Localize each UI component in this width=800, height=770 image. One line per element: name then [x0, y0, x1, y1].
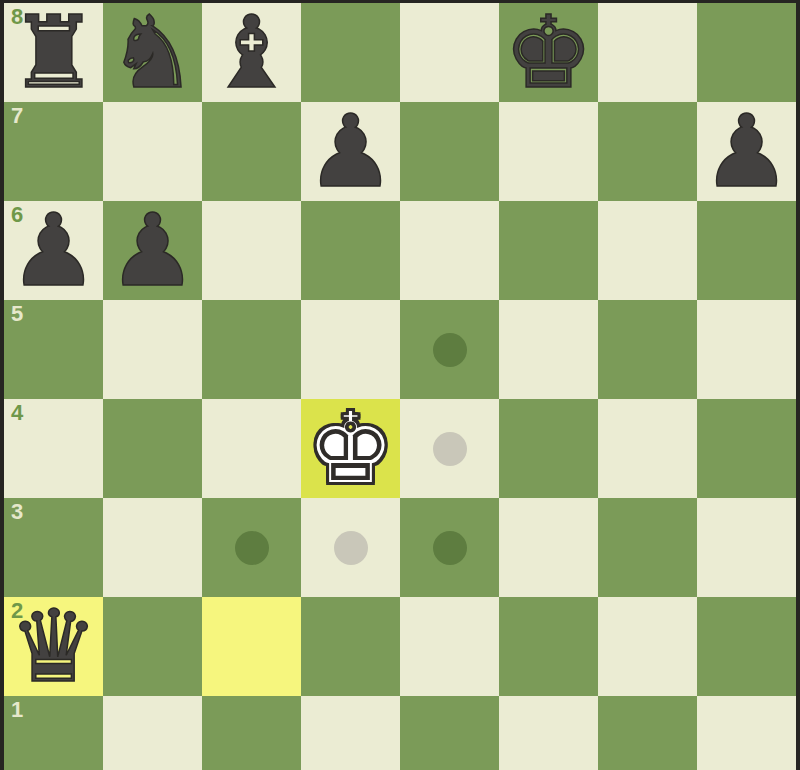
black-pawn-d7[interactable]: ♟ — [306, 102, 396, 201]
square-a4[interactable]: 4 — [4, 399, 103, 498]
square-c2[interactable] — [202, 597, 301, 696]
square-d7[interactable]: ♟ — [301, 102, 400, 201]
square-e6[interactable] — [400, 201, 499, 300]
square-f2[interactable] — [499, 597, 598, 696]
square-e7[interactable] — [400, 102, 499, 201]
square-b4[interactable] — [103, 399, 202, 498]
square-d6[interactable] — [301, 201, 400, 300]
square-f3[interactable] — [499, 498, 598, 597]
square-b2[interactable] — [103, 597, 202, 696]
square-b1[interactable] — [103, 696, 202, 770]
square-h4[interactable] — [697, 399, 796, 498]
square-g8[interactable] — [598, 3, 697, 102]
rank-label-3: 3 — [11, 501, 23, 523]
square-a3[interactable]: 3 — [4, 498, 103, 597]
square-f5[interactable] — [499, 300, 598, 399]
black-rook-a8[interactable]: ♜ — [9, 3, 99, 102]
square-a6[interactable]: 6♟ — [4, 201, 103, 300]
square-c4[interactable] — [202, 399, 301, 498]
square-f6[interactable] — [499, 201, 598, 300]
rank-label-4: 4 — [11, 402, 23, 424]
square-e8[interactable] — [400, 3, 499, 102]
black-knight-b8[interactable]: ♞ — [108, 3, 198, 102]
move-hint-dot-e3[interactable] — [433, 531, 467, 565]
square-d8[interactable] — [301, 3, 400, 102]
move-hint-dot-c3[interactable] — [235, 531, 269, 565]
square-g7[interactable] — [598, 102, 697, 201]
square-a2[interactable]: 2♛ — [4, 597, 103, 696]
square-a5[interactable]: 5 — [4, 300, 103, 399]
move-hint-dot-e4[interactable] — [433, 432, 467, 466]
black-bishop-c8[interactable]: ♝ — [207, 3, 297, 102]
square-a8[interactable]: 8♜ — [4, 3, 103, 102]
square-h6[interactable] — [697, 201, 796, 300]
square-g2[interactable] — [598, 597, 697, 696]
square-b6[interactable]: ♟ — [103, 201, 202, 300]
square-h7[interactable]: ♟ — [697, 102, 796, 201]
square-g6[interactable] — [598, 201, 697, 300]
square-c1[interactable] — [202, 696, 301, 770]
square-c3[interactable] — [202, 498, 301, 597]
square-b3[interactable] — [103, 498, 202, 597]
square-e3[interactable] — [400, 498, 499, 597]
square-e1[interactable] — [400, 696, 499, 770]
square-d1[interactable] — [301, 696, 400, 770]
square-e2[interactable] — [400, 597, 499, 696]
square-h3[interactable] — [697, 498, 796, 597]
square-g3[interactable] — [598, 498, 697, 597]
move-hint-dot-e5[interactable] — [433, 333, 467, 367]
square-h2[interactable] — [697, 597, 796, 696]
square-h5[interactable] — [697, 300, 796, 399]
square-g1[interactable] — [598, 696, 697, 770]
square-a7[interactable]: 7 — [4, 102, 103, 201]
square-e4[interactable] — [400, 399, 499, 498]
square-c7[interactable] — [202, 102, 301, 201]
square-b8[interactable]: ♞ — [103, 3, 202, 102]
square-e5[interactable] — [400, 300, 499, 399]
black-pawn-a6[interactable]: ♟ — [9, 201, 99, 300]
app-background: 8♜♞♝♚7♟♟6♟♟54♚32♛1 — [0, 0, 800, 770]
square-f7[interactable] — [499, 102, 598, 201]
black-queen-a2[interactable]: ♛ — [9, 597, 99, 696]
square-d5[interactable] — [301, 300, 400, 399]
move-hint-dot-d3[interactable] — [334, 531, 368, 565]
chess-board: 8♜♞♝♚7♟♟6♟♟54♚32♛1 — [4, 3, 796, 770]
square-d4[interactable]: ♚ — [301, 399, 400, 498]
square-d2[interactable] — [301, 597, 400, 696]
square-b7[interactable] — [103, 102, 202, 201]
black-king-f8[interactable]: ♚ — [504, 3, 594, 102]
square-g5[interactable] — [598, 300, 697, 399]
square-d3[interactable] — [301, 498, 400, 597]
black-pawn-b6[interactable]: ♟ — [108, 201, 198, 300]
square-g4[interactable] — [598, 399, 697, 498]
square-b5[interactable] — [103, 300, 202, 399]
square-c8[interactable]: ♝ — [202, 3, 301, 102]
square-c6[interactable] — [202, 201, 301, 300]
black-pawn-h7[interactable]: ♟ — [702, 102, 792, 201]
square-c5[interactable] — [202, 300, 301, 399]
square-a1[interactable]: 1 — [4, 696, 103, 770]
square-f4[interactable] — [499, 399, 598, 498]
square-f1[interactable] — [499, 696, 598, 770]
white-king-d4[interactable]: ♚ — [306, 399, 396, 498]
square-f8[interactable]: ♚ — [499, 3, 598, 102]
square-h1[interactable] — [697, 696, 796, 770]
square-h8[interactable] — [697, 3, 796, 102]
